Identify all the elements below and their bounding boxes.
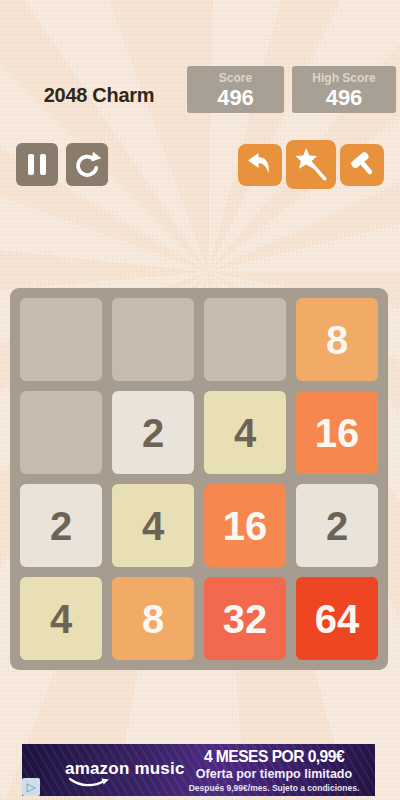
tile-2: 2 [296,484,378,567]
high-score-label: High Score [292,71,396,85]
tile-32: 32 [204,577,286,660]
tile-4: 4 [112,484,194,567]
restart-icon [71,149,103,181]
hammer-button[interactable] [340,144,384,186]
empty-cell [112,298,194,381]
score-box: Score 496 [187,66,284,113]
restart-button[interactable] [66,143,108,186]
tile-8: 8 [296,298,378,381]
empty-cell [20,391,102,474]
board[interactable]: 8241624162483264 [10,288,388,670]
score-label: Score [187,71,284,85]
tile-16: 16 [296,391,378,474]
undo-arrow-icon [244,150,276,180]
ad-subheadline: Oferta por tiempo limitado [178,767,370,781]
ad-promo-text: 4 MESES POR 0,99€ Oferta por tiempo limi… [178,747,370,793]
ad-headline: 4 MESES POR 0,99€ [186,747,363,767]
magic-wand-icon [292,146,330,184]
undo-button[interactable] [238,144,282,186]
tile-2: 2 [20,484,102,567]
ad-brand-logo: amazon music [65,759,185,779]
high-score-box: High Score 496 [292,66,396,113]
app-title: 2048 Charm [36,84,162,107]
hammer-icon [346,149,378,181]
tile-64: 64 [296,577,378,660]
tile-16: 16 [204,484,286,567]
ad-fineprint: Después 9,99€/mes. Sujeto a condiciones. [178,783,370,793]
tile-8: 8 [112,577,194,660]
adchoices-icon[interactable]: ▷ [22,778,40,796]
score-value: 496 [187,87,284,109]
high-score-value: 496 [292,87,396,109]
tile-2: 2 [112,391,194,474]
amazon-smile-icon [68,777,110,788]
empty-cell [20,298,102,381]
tile-4: 4 [204,391,286,474]
pause-icon [28,154,46,175]
ad-banner[interactable]: amazon music 4 MESES POR 0,99€ Oferta po… [22,744,375,796]
empty-cell [204,298,286,381]
pause-button[interactable] [16,143,58,186]
magic-wand-button[interactable] [286,140,336,189]
tile-4: 4 [20,577,102,660]
